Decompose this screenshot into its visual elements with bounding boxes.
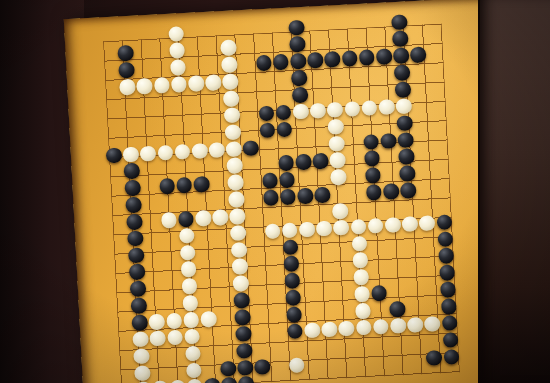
white-stone — [299, 221, 315, 237]
black-stone — [159, 178, 175, 194]
white-stone — [402, 216, 418, 232]
white-stone — [174, 143, 190, 159]
black-stone — [441, 315, 457, 331]
black-stone — [125, 197, 141, 213]
go-board — [64, 0, 508, 383]
black-stone — [399, 165, 415, 181]
white-stone — [185, 345, 201, 361]
black-stone — [280, 189, 296, 205]
black-stone — [295, 154, 311, 170]
white-stone — [171, 76, 187, 92]
white-stone — [367, 218, 383, 234]
black-stone — [396, 115, 412, 131]
black-stone — [126, 213, 142, 229]
black-stone — [193, 176, 209, 192]
black-stone — [279, 172, 295, 188]
white-stone — [407, 317, 423, 333]
white-stone — [149, 313, 165, 329]
black-stone — [127, 230, 143, 246]
white-stone — [184, 329, 200, 345]
white-stone — [282, 222, 298, 238]
black-stone — [292, 87, 308, 103]
white-stone — [154, 77, 170, 93]
black-stone — [363, 134, 379, 150]
white-stone — [424, 316, 440, 332]
black-stone — [254, 359, 270, 375]
black-stone — [124, 163, 140, 179]
white-stone — [181, 278, 197, 294]
white-stone — [304, 322, 320, 338]
white-stone — [355, 303, 371, 319]
white-stone — [191, 143, 207, 159]
white-stone — [373, 319, 389, 335]
white-stone — [195, 210, 211, 226]
black-stone — [284, 273, 300, 289]
white-stone — [200, 311, 216, 327]
white-stone — [188, 75, 204, 91]
white-stone — [353, 269, 369, 285]
black-stone — [263, 189, 279, 205]
black-stone — [273, 54, 289, 70]
white-stone — [166, 313, 182, 329]
white-stone — [169, 43, 185, 59]
black-stone — [278, 155, 294, 171]
black-stone — [131, 298, 147, 314]
black-stone — [438, 248, 454, 264]
white-stone — [361, 100, 377, 116]
black-stone — [106, 147, 122, 163]
black-stone — [259, 122, 275, 138]
black-stone — [237, 359, 253, 375]
white-stone — [132, 331, 148, 347]
white-stone — [119, 79, 135, 95]
white-stone — [136, 78, 152, 94]
black-stone — [383, 183, 399, 199]
white-stone — [333, 219, 349, 235]
white-stone — [321, 321, 337, 337]
white-stone — [338, 320, 354, 336]
white-stone — [231, 242, 247, 258]
black-stone — [437, 231, 453, 247]
white-stone — [170, 59, 186, 75]
black-stone — [443, 349, 459, 365]
black-stone — [238, 376, 254, 383]
white-stone — [378, 99, 394, 115]
white-stone — [123, 146, 139, 162]
black-stone — [286, 306, 302, 322]
white-stone — [356, 320, 372, 336]
white-stone — [222, 73, 238, 89]
black-stone — [176, 177, 192, 193]
photo-scene — [0, 0, 550, 383]
black-stone — [125, 180, 141, 196]
white-stone — [133, 348, 149, 364]
white-stone — [180, 244, 196, 260]
black-stone — [392, 31, 408, 47]
white-stone — [332, 203, 348, 219]
white-stone — [161, 212, 177, 228]
black-stone — [275, 104, 291, 120]
white-stone — [385, 217, 401, 233]
wall-right-panel — [478, 0, 550, 383]
black-stone — [398, 149, 414, 165]
white-stone — [187, 379, 203, 383]
white-stone — [327, 102, 343, 118]
white-stone — [344, 101, 360, 117]
black-stone — [314, 187, 330, 203]
black-stone — [389, 301, 405, 317]
black-stone — [287, 323, 303, 339]
white-stone — [316, 220, 332, 236]
white-stone — [182, 295, 198, 311]
black-stone — [371, 285, 387, 301]
black-stone — [130, 281, 146, 297]
white-stone — [209, 142, 225, 158]
black-stone — [324, 51, 340, 67]
black-stone — [221, 377, 237, 383]
white-stone — [330, 169, 346, 185]
black-stone — [312, 153, 328, 169]
black-stone — [128, 247, 144, 263]
white-stone — [224, 107, 240, 123]
black-stone — [341, 50, 357, 66]
black-stone — [235, 309, 251, 325]
white-stone — [183, 312, 199, 328]
black-stone — [234, 292, 250, 308]
black-stone — [256, 55, 272, 71]
black-stone — [291, 70, 307, 86]
black-stone — [376, 49, 392, 65]
black-stone — [426, 350, 442, 366]
black-stone — [289, 36, 305, 52]
black-stone — [395, 81, 411, 97]
white-stone — [396, 98, 412, 114]
black-stone — [243, 140, 259, 156]
black-stone — [178, 211, 194, 227]
black-stone — [359, 49, 375, 65]
white-stone — [328, 119, 344, 135]
black-stone — [366, 184, 382, 200]
white-stone — [228, 191, 244, 207]
black-stone — [132, 314, 148, 330]
white-stone — [226, 141, 242, 157]
white-stone — [180, 261, 196, 277]
white-stone — [212, 209, 228, 225]
white-stone — [225, 124, 241, 140]
black-stone — [439, 265, 455, 281]
white-stone — [228, 174, 244, 190]
white-stone — [350, 219, 366, 235]
white-stone — [351, 235, 367, 251]
white-stone — [232, 259, 248, 275]
black-stone — [441, 298, 457, 314]
white-stone — [168, 26, 184, 42]
white-stone — [293, 104, 309, 120]
black-stone — [297, 188, 313, 204]
black-stone — [118, 62, 134, 78]
black-stone — [442, 332, 458, 348]
black-stone — [283, 256, 299, 272]
black-stone — [262, 173, 278, 189]
black-stone — [204, 378, 220, 383]
white-stone — [167, 329, 183, 345]
white-stone — [329, 135, 345, 151]
white-stone — [390, 318, 406, 334]
stones-layer — [81, 12, 461, 383]
white-stone — [134, 365, 150, 381]
white-stone — [140, 145, 156, 161]
white-stone — [205, 74, 221, 90]
black-stone — [394, 65, 410, 81]
white-stone — [330, 152, 346, 168]
white-stone — [230, 225, 246, 241]
white-stone — [186, 362, 202, 378]
black-stone — [400, 182, 416, 198]
black-stone — [220, 360, 236, 376]
black-stone — [236, 343, 252, 359]
black-stone — [288, 19, 304, 35]
black-stone — [436, 214, 452, 230]
white-stone — [157, 144, 173, 160]
white-stone — [310, 103, 326, 119]
white-stone — [352, 252, 368, 268]
black-stone — [290, 53, 306, 69]
black-stone — [397, 132, 413, 148]
white-stone — [223, 90, 239, 106]
black-stone — [440, 281, 456, 297]
black-stone — [117, 45, 133, 61]
black-stone — [129, 264, 145, 280]
black-stone — [235, 326, 251, 342]
white-stone — [221, 57, 237, 73]
black-stone — [393, 48, 409, 64]
white-stone — [289, 357, 305, 373]
black-stone — [283, 239, 299, 255]
white-stone — [354, 286, 370, 302]
white-stone — [419, 215, 435, 231]
black-stone — [276, 121, 292, 137]
white-stone — [229, 208, 245, 224]
black-stone — [258, 105, 274, 121]
white-stone — [264, 223, 280, 239]
black-stone — [391, 14, 407, 30]
white-stone — [179, 228, 195, 244]
black-stone — [410, 47, 426, 63]
black-stone — [380, 133, 396, 149]
white-stone — [233, 275, 249, 291]
white-stone — [150, 330, 166, 346]
white-stone — [227, 158, 243, 174]
black-stone — [364, 150, 380, 166]
black-stone — [285, 289, 301, 305]
black-stone — [365, 167, 381, 183]
black-stone — [307, 52, 323, 68]
white-stone — [220, 40, 236, 56]
